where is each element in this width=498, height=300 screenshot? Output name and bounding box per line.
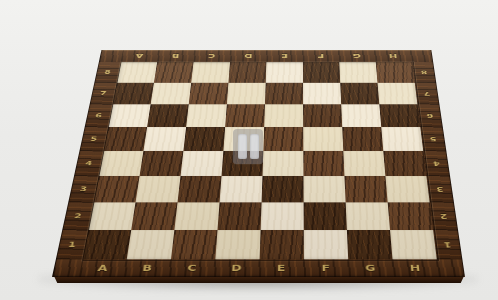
rank-label-6-right: 6 xyxy=(417,104,443,127)
square-e4 xyxy=(262,151,303,176)
square-b4 xyxy=(139,151,183,176)
file-label-b-bottom: B xyxy=(124,259,171,277)
file-label-f-bottom: F xyxy=(303,259,348,277)
square-h5 xyxy=(381,127,423,151)
square-a2 xyxy=(88,202,135,230)
square-g4 xyxy=(343,151,385,176)
file-label-h-top: H xyxy=(374,50,411,62)
square-a6 xyxy=(108,104,151,127)
file-label-e-bottom: E xyxy=(259,259,304,277)
square-c2 xyxy=(174,202,219,230)
square-f8 xyxy=(302,62,339,83)
square-h7 xyxy=(377,82,417,104)
square-c4 xyxy=(180,151,223,176)
square-e6 xyxy=(264,104,303,127)
file-label-e-top: E xyxy=(266,50,302,62)
square-f7 xyxy=(303,82,341,104)
square-c1 xyxy=(171,230,217,259)
file-label-g-top: G xyxy=(338,50,375,62)
square-h8 xyxy=(375,62,414,83)
square-c8 xyxy=(191,62,230,83)
square-b7 xyxy=(150,82,191,104)
square-a3 xyxy=(93,176,139,202)
frame-corner xyxy=(99,50,123,62)
file-label-b-top: B xyxy=(157,50,195,62)
square-b3 xyxy=(135,176,180,202)
square-c7 xyxy=(188,82,228,104)
square-d3 xyxy=(219,176,262,202)
frame-corner xyxy=(52,259,82,277)
square-f5 xyxy=(303,127,343,151)
square-h6 xyxy=(379,104,420,127)
square-h4 xyxy=(383,151,426,176)
square-f6 xyxy=(303,104,342,127)
square-g3 xyxy=(344,176,387,202)
square-a5 xyxy=(103,127,147,151)
rank-label-2-right: 2 xyxy=(429,202,458,230)
frame-corner xyxy=(410,50,433,62)
square-g2 xyxy=(345,202,389,230)
file-label-d-top: D xyxy=(230,50,267,62)
square-d7 xyxy=(226,82,265,104)
square-h3 xyxy=(385,176,429,202)
file-label-g-bottom: G xyxy=(348,259,394,277)
square-h2 xyxy=(387,202,432,230)
rank-label-1-right: 1 xyxy=(433,230,463,259)
square-b1 xyxy=(126,230,174,259)
square-d6 xyxy=(225,104,265,127)
square-g8 xyxy=(339,62,377,83)
file-label-a-top: A xyxy=(120,50,158,62)
rank-label-5-right: 5 xyxy=(420,127,447,151)
square-e1 xyxy=(259,230,303,259)
square-e7 xyxy=(265,82,303,104)
square-b2 xyxy=(131,202,177,230)
square-g1 xyxy=(346,230,392,259)
file-label-f-top: F xyxy=(302,50,338,62)
square-e3 xyxy=(261,176,303,202)
square-g5 xyxy=(342,127,383,151)
rank-label-4-right: 4 xyxy=(423,151,450,176)
square-c3 xyxy=(177,176,221,202)
rank-label-3-right: 3 xyxy=(426,176,454,202)
square-a1 xyxy=(82,230,131,259)
rank-label-7-right: 7 xyxy=(414,82,439,104)
image-placeholder-icon xyxy=(233,129,263,164)
square-f3 xyxy=(303,176,345,202)
square-a7 xyxy=(112,82,153,104)
square-h1 xyxy=(390,230,437,259)
square-e2 xyxy=(260,202,303,230)
square-b5 xyxy=(143,127,186,151)
square-f1 xyxy=(303,230,347,259)
board-side-edge xyxy=(54,276,464,283)
file-label-d-bottom: D xyxy=(214,259,260,277)
square-e5 xyxy=(263,127,303,151)
square-d2 xyxy=(217,202,261,230)
file-label-c-bottom: C xyxy=(169,259,215,277)
square-e8 xyxy=(265,62,302,83)
square-f4 xyxy=(303,151,344,176)
file-label-a-bottom: A xyxy=(79,259,127,277)
square-d1 xyxy=(215,230,260,259)
photo-background: ABCDEFGH8877665544332211ABCDEFGH xyxy=(0,0,498,300)
square-a4 xyxy=(98,151,143,176)
square-c6 xyxy=(186,104,227,127)
file-label-c-top: C xyxy=(193,50,230,62)
frame-corner xyxy=(436,259,465,277)
square-b6 xyxy=(147,104,189,127)
placeholder-bar xyxy=(238,134,247,159)
placeholder-bar xyxy=(250,134,259,159)
rank-label-8-right: 8 xyxy=(412,62,437,83)
square-d8 xyxy=(228,62,266,83)
square-c5 xyxy=(183,127,225,151)
square-g7 xyxy=(340,82,379,104)
square-f2 xyxy=(303,202,346,230)
square-a8 xyxy=(116,62,156,83)
file-label-h-bottom: H xyxy=(392,259,439,277)
square-b8 xyxy=(154,62,194,83)
square-g6 xyxy=(341,104,381,127)
